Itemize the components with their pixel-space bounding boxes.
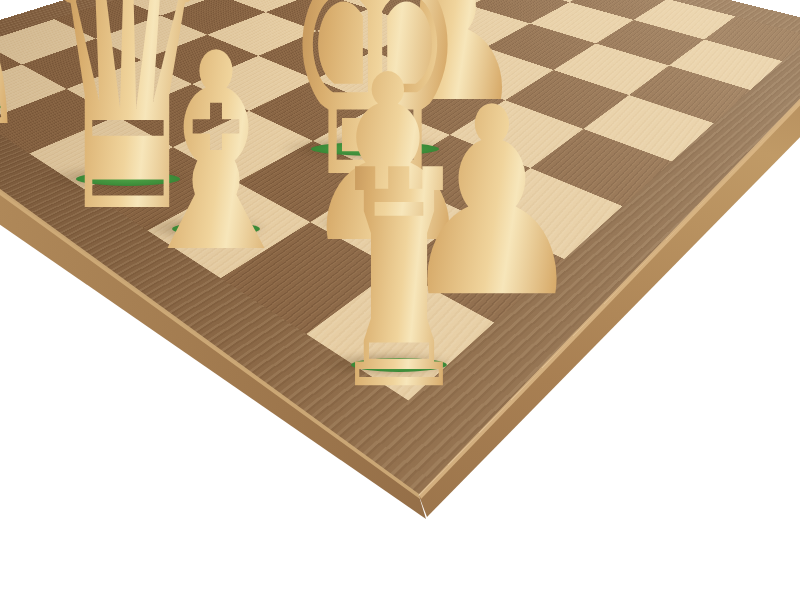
rook-icon: ♜ bbox=[329, 132, 469, 432]
knight-icon: ♞ bbox=[0, 0, 37, 159]
bishop-icon: ♝ bbox=[123, 18, 308, 290]
chessboard-photo: ♞♛♝♚♟♟♜♟ bbox=[0, 0, 800, 600]
pieces-layer: ♞♛♝♚♟♟♜♟ bbox=[0, 0, 800, 600]
